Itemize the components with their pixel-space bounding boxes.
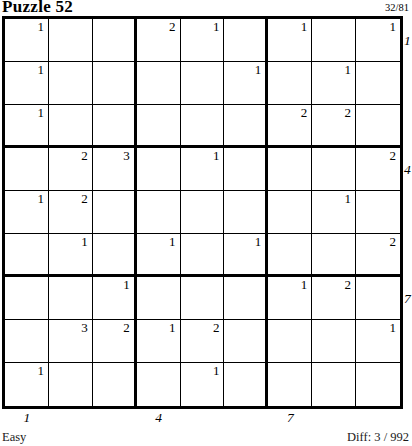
- cell-r4c3[interactable]: 3: [93, 148, 137, 191]
- clue-digit: 2: [345, 278, 352, 292]
- cell-r9c8[interactable]: [312, 363, 356, 406]
- clue-digit: 3: [81, 321, 88, 335]
- cell-r9c5[interactable]: 1: [181, 363, 225, 406]
- clue-digit: 2: [390, 149, 397, 163]
- cell-r3c5[interactable]: [181, 105, 225, 148]
- cell-r7c6[interactable]: [224, 277, 268, 320]
- cell-r1c4[interactable]: 2: [137, 19, 181, 62]
- clue-digit: 1: [37, 63, 44, 77]
- clue-digit: 1: [255, 63, 262, 77]
- clue-digit: 1: [37, 192, 44, 206]
- cell-r8c8[interactable]: [312, 320, 356, 363]
- clue-digit: 2: [345, 106, 352, 120]
- cell-r2c8[interactable]: 1: [312, 62, 356, 105]
- diff-rank-label: Diff: 3 / 992: [347, 430, 409, 445]
- puzzle-board: 12111111122231212111121123212111: [2, 16, 403, 409]
- cell-r7c7[interactable]: 1: [268, 277, 312, 320]
- cell-r4c6[interactable]: [224, 148, 268, 191]
- cell-r6c6[interactable]: 1: [224, 234, 268, 277]
- cell-r1c3[interactable]: [93, 19, 137, 62]
- cell-r1c2[interactable]: [49, 19, 93, 62]
- clue-digit: 2: [390, 235, 397, 249]
- cell-r1c8[interactable]: [312, 19, 356, 62]
- clue-digit: 1: [213, 20, 220, 34]
- clue-digit: 1: [37, 364, 44, 378]
- row-coordinate-label-7: 7: [404, 277, 412, 320]
- clue-digit: 2: [301, 106, 308, 120]
- cell-r6c8[interactable]: [312, 234, 356, 277]
- clue-digit: 1: [169, 321, 176, 335]
- clue-digit: 1: [255, 235, 262, 249]
- cell-r7c1[interactable]: [5, 277, 49, 320]
- clue-digit: 2: [81, 149, 88, 163]
- clue-digit: 1: [213, 364, 220, 378]
- cell-r9c4[interactable]: [137, 363, 181, 406]
- clue-digit: 1: [37, 106, 44, 120]
- cell-r1c1[interactable]: 1: [5, 19, 49, 62]
- cell-r8c4[interactable]: 1: [137, 320, 181, 363]
- cell-r7c9[interactable]: [356, 277, 400, 320]
- cell-r7c4[interactable]: [137, 277, 181, 320]
- cell-r1c7[interactable]: 1: [268, 19, 312, 62]
- cell-r4c8[interactable]: [312, 148, 356, 191]
- cell-r2c7[interactable]: [268, 62, 312, 105]
- puzzle-sheet: Puzzle 52 32/81 121111111222312121111211…: [0, 0, 412, 446]
- clue-digit: 1: [213, 149, 220, 163]
- cell-r5c5[interactable]: [181, 191, 225, 234]
- cell-r2c2[interactable]: [49, 62, 93, 105]
- clue-digit: 1: [81, 235, 88, 249]
- cell-r8c1[interactable]: [5, 320, 49, 363]
- clue-digit: 2: [81, 192, 88, 206]
- cell-r1c5[interactable]: 1: [181, 19, 225, 62]
- clue-digit: 2: [123, 321, 130, 335]
- col-coordinate-label-7: 7: [268, 410, 312, 426]
- cell-r2c4[interactable]: [137, 62, 181, 105]
- cell-r8c6[interactable]: [224, 320, 268, 363]
- cell-r4c7[interactable]: [268, 148, 312, 191]
- cell-r5c4[interactable]: [137, 191, 181, 234]
- cell-r5c2[interactable]: 2: [49, 191, 93, 234]
- cell-r4c9[interactable]: 2: [356, 148, 400, 191]
- cell-r9c9[interactable]: [356, 363, 400, 406]
- cell-r3c3[interactable]: [93, 105, 137, 148]
- col-coordinate-label-4: 4: [137, 410, 181, 426]
- cell-r2c6[interactable]: 1: [224, 62, 268, 105]
- cell-r3c6[interactable]: [224, 105, 268, 148]
- clue-digit: 1: [345, 192, 352, 206]
- cell-r6c1[interactable]: [5, 234, 49, 277]
- cell-r3c1[interactable]: 1: [5, 105, 49, 148]
- clue-digit: 1: [301, 278, 308, 292]
- cell-r4c4[interactable]: [137, 148, 181, 191]
- clue-digit: 1: [301, 20, 308, 34]
- clue-digit: 1: [345, 63, 352, 77]
- cell-r7c3[interactable]: 1: [93, 277, 137, 320]
- cell-r9c6[interactable]: [224, 363, 268, 406]
- col-coordinate-label-1: 1: [5, 410, 49, 426]
- clue-digit: 1: [169, 235, 176, 249]
- cell-r3c8[interactable]: 2: [312, 105, 356, 148]
- cell-r9c2[interactable]: [49, 363, 93, 406]
- difficulty-label: Easy: [2, 430, 26, 445]
- cell-r5c8[interactable]: 1: [312, 191, 356, 234]
- givens-counter: 32/81: [385, 2, 409, 13]
- cell-r8c3[interactable]: 2: [93, 320, 137, 363]
- clue-digit: 1: [390, 20, 397, 34]
- cell-r6c2[interactable]: 1: [49, 234, 93, 277]
- clue-digit: 3: [123, 149, 130, 163]
- cell-r6c9[interactable]: 2: [356, 234, 400, 277]
- cell-r3c2[interactable]: [49, 105, 93, 148]
- cell-r5c6[interactable]: [224, 191, 268, 234]
- cell-r8c7[interactable]: [268, 320, 312, 363]
- cell-r4c5[interactable]: 1: [181, 148, 225, 191]
- page-title: Puzzle 52: [2, 0, 73, 17]
- cell-r5c9[interactable]: [356, 191, 400, 234]
- row-coordinate-label-4: 4: [404, 148, 412, 191]
- cell-r6c7[interactable]: [268, 234, 312, 277]
- cell-r7c5[interactable]: [181, 277, 225, 320]
- cell-r4c2[interactable]: 2: [49, 148, 93, 191]
- cell-r6c3[interactable]: [93, 234, 137, 277]
- clue-digit: 2: [213, 321, 220, 335]
- cell-r3c4[interactable]: [137, 105, 181, 148]
- cell-r8c2[interactable]: 3: [49, 320, 93, 363]
- clue-digit: 1: [123, 278, 130, 292]
- cell-r5c3[interactable]: [93, 191, 137, 234]
- cell-r7c2[interactable]: [49, 277, 93, 320]
- clue-digit: 1: [390, 321, 397, 335]
- cell-r9c3[interactable]: [93, 363, 137, 406]
- cell-r2c1[interactable]: 1: [5, 62, 49, 105]
- cell-r3c9[interactable]: [356, 105, 400, 148]
- clue-digit: 2: [169, 20, 176, 34]
- cell-r1c9[interactable]: 1: [356, 19, 400, 62]
- cell-r9c7[interactable]: [268, 363, 312, 406]
- cell-r9c1[interactable]: 1: [5, 363, 49, 406]
- clue-digit: 1: [37, 20, 44, 34]
- cell-r2c9[interactable]: [356, 62, 400, 105]
- cell-r5c1[interactable]: 1: [5, 191, 49, 234]
- cell-r7c8[interactable]: 2: [312, 277, 356, 320]
- row-coordinate-label-1: 1: [404, 19, 412, 62]
- cell-r6c4[interactable]: 1: [137, 234, 181, 277]
- cell-r4c1[interactable]: [5, 148, 49, 191]
- cell-r2c5[interactable]: [181, 62, 225, 105]
- cell-r8c5[interactable]: 2: [181, 320, 225, 363]
- cell-r5c7[interactable]: [268, 191, 312, 234]
- cell-r3c7[interactable]: 2: [268, 105, 312, 148]
- cell-r6c5[interactable]: [181, 234, 225, 277]
- cell-r1c6[interactable]: [224, 19, 268, 62]
- cell-r2c3[interactable]: [93, 62, 137, 105]
- cell-r8c9[interactable]: 1: [356, 320, 400, 363]
